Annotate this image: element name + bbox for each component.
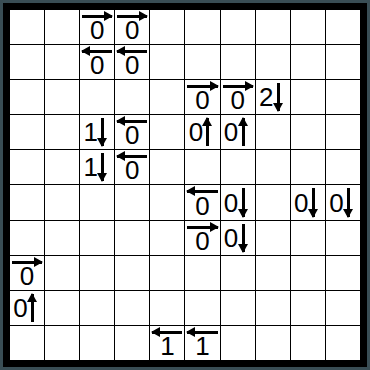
cell-r2c1[interactable] <box>45 80 79 114</box>
arrow-down-icon <box>312 188 315 216</box>
cell-r8c1[interactable] <box>45 291 79 325</box>
arrow-down-icon <box>242 188 245 216</box>
cell-r5c5: 0 <box>185 185 219 219</box>
cell-r3c4[interactable] <box>150 115 184 149</box>
cell-r5c6: 0 <box>221 185 255 219</box>
cell-r7c0: 0 <box>10 256 44 290</box>
cell-r4c4[interactable] <box>150 150 184 184</box>
cell-r5c0[interactable] <box>10 185 44 219</box>
cell-r9c3[interactable] <box>115 326 149 360</box>
cell-r7c9[interactable] <box>326 256 360 290</box>
cell-r0c4[interactable] <box>150 10 184 44</box>
arrow-down-icon <box>101 118 104 146</box>
cell-r0c0[interactable] <box>10 10 44 44</box>
cell-r2c8[interactable] <box>291 80 325 114</box>
cell-r0c1[interactable] <box>45 10 79 44</box>
cell-r4c1[interactable] <box>45 150 79 184</box>
cell-r3c7[interactable] <box>256 115 290 149</box>
cell-r2c6: 0 <box>221 80 255 114</box>
cell-r5c2[interactable] <box>80 185 114 219</box>
cell-r8c3[interactable] <box>115 291 149 325</box>
cell-r1c2: 0 <box>80 45 114 79</box>
clue-number: 1 <box>80 116 101 148</box>
arrow-down-icon <box>101 153 104 181</box>
cell-r6c4[interactable] <box>150 221 184 255</box>
cell-r8c4[interactable] <box>150 291 184 325</box>
cell-r8c5[interactable] <box>185 291 219 325</box>
cell-r1c7[interactable] <box>256 45 290 79</box>
clue-number: 0 <box>115 157 149 183</box>
cell-r3c6: 0 <box>221 115 255 149</box>
cell-r6c8[interactable] <box>291 221 325 255</box>
cell-r6c2[interactable] <box>80 221 114 255</box>
cell-r1c4[interactable] <box>150 45 184 79</box>
cell-r5c3[interactable] <box>115 185 149 219</box>
cell-r0c3: 0 <box>115 10 149 44</box>
cell-r7c7[interactable] <box>256 256 290 290</box>
clue-number: 0 <box>115 52 149 78</box>
cell-r2c4[interactable] <box>150 80 184 114</box>
arrow-down-icon <box>347 188 350 216</box>
clue-number: 0 <box>80 17 114 43</box>
cell-r9c2[interactable] <box>80 326 114 360</box>
clue-number: 0 <box>221 186 242 218</box>
clue-number: 0 <box>185 116 206 148</box>
arrow-down-icon <box>277 83 280 111</box>
cell-r7c8[interactable] <box>291 256 325 290</box>
clue-number: 2 <box>256 81 277 113</box>
cell-r7c6[interactable] <box>221 256 255 290</box>
clue-number: 1 <box>80 151 101 183</box>
cell-r3c3: 0 <box>115 115 149 149</box>
cell-r5c4[interactable] <box>150 185 184 219</box>
cell-r2c2[interactable] <box>80 80 114 114</box>
cell-r1c5[interactable] <box>185 45 219 79</box>
puzzle-grid: 00000021000100000000011 <box>10 10 360 360</box>
cell-r8c9[interactable] <box>326 291 360 325</box>
cell-r6c6: 0 <box>221 221 255 255</box>
cell-r5c8: 0 <box>291 185 325 219</box>
cell-r4c0[interactable] <box>10 150 44 184</box>
cell-r3c1[interactable] <box>45 115 79 149</box>
cell-r8c8[interactable] <box>291 291 325 325</box>
puzzle-page: 00000021000100000000011 <box>0 0 370 370</box>
cell-r6c7[interactable] <box>256 221 290 255</box>
cell-r4c3: 0 <box>115 150 149 184</box>
cell-r9c8[interactable] <box>291 326 325 360</box>
cell-r0c5[interactable] <box>185 10 219 44</box>
cell-r0c9[interactable] <box>326 10 360 44</box>
cell-r7c4[interactable] <box>150 256 184 290</box>
clue-number: 0 <box>10 263 44 289</box>
clue-number: 1 <box>185 333 219 359</box>
cell-r9c0[interactable] <box>10 326 44 360</box>
cell-r5c9: 0 <box>326 185 360 219</box>
cell-r8c0: 0 <box>10 291 44 325</box>
cell-r1c0[interactable] <box>10 45 44 79</box>
arrow-up-icon <box>206 118 209 146</box>
cell-r2c5: 0 <box>185 80 219 114</box>
cell-r6c5: 0 <box>185 221 219 255</box>
cell-r6c9[interactable] <box>326 221 360 255</box>
cell-r6c0[interactable] <box>10 221 44 255</box>
yajilin-board: 00000021000100000000011 <box>3 3 367 367</box>
clue-number: 0 <box>10 292 31 324</box>
arrow-down-icon <box>242 224 245 252</box>
cell-r4c6[interactable] <box>221 150 255 184</box>
cell-r0c8[interactable] <box>291 10 325 44</box>
clue-number: 0 <box>80 52 114 78</box>
cell-r1c9[interactable] <box>326 45 360 79</box>
cell-r6c3[interactable] <box>115 221 149 255</box>
cell-r6c1[interactable] <box>45 221 79 255</box>
cell-r1c6[interactable] <box>221 45 255 79</box>
cell-r1c3: 0 <box>115 45 149 79</box>
cell-r2c3[interactable] <box>115 80 149 114</box>
clue-number: 0 <box>221 116 242 148</box>
cell-r7c2[interactable] <box>80 256 114 290</box>
cell-r9c1[interactable] <box>45 326 79 360</box>
cell-r8c2[interactable] <box>80 291 114 325</box>
clue-number: 0 <box>115 122 149 148</box>
clue-number: 0 <box>185 228 219 254</box>
cell-r1c8[interactable] <box>291 45 325 79</box>
cell-r2c0[interactable] <box>10 80 44 114</box>
clue-number: 0 <box>221 222 242 254</box>
clue-number: 0 <box>326 186 347 218</box>
cell-r7c5[interactable] <box>185 256 219 290</box>
cell-r9c6[interactable] <box>221 326 255 360</box>
clue-number: 0 <box>291 186 312 218</box>
cell-r3c9[interactable] <box>326 115 360 149</box>
cell-r2c7: 2 <box>256 80 290 114</box>
cell-r7c1[interactable] <box>45 256 79 290</box>
arrow-up-icon <box>31 294 34 322</box>
cell-r8c6[interactable] <box>221 291 255 325</box>
clue-number: 0 <box>115 17 149 43</box>
cell-r0c6[interactable] <box>221 10 255 44</box>
cell-r4c2: 1 <box>80 150 114 184</box>
cell-r9c7[interactable] <box>256 326 290 360</box>
cell-r9c5: 1 <box>185 326 219 360</box>
cell-r4c9[interactable] <box>326 150 360 184</box>
clue-number: 0 <box>185 87 219 113</box>
clue-number: 0 <box>185 192 219 218</box>
cell-r3c2: 1 <box>80 115 114 149</box>
cell-r4c5[interactable] <box>185 150 219 184</box>
cell-r3c8[interactable] <box>291 115 325 149</box>
cell-r7c3[interactable] <box>115 256 149 290</box>
cell-r8c7[interactable] <box>256 291 290 325</box>
cell-r5c7[interactable] <box>256 185 290 219</box>
cell-r4c7[interactable] <box>256 150 290 184</box>
cell-r3c0[interactable] <box>10 115 44 149</box>
cell-r9c9[interactable] <box>326 326 360 360</box>
cell-r0c7[interactable] <box>256 10 290 44</box>
cell-r0c2: 0 <box>80 10 114 44</box>
cell-r4c8[interactable] <box>291 150 325 184</box>
clue-number: 0 <box>221 87 255 113</box>
arrow-up-icon <box>242 118 245 146</box>
clue-number: 1 <box>150 333 184 359</box>
cell-r5c1[interactable] <box>45 185 79 219</box>
cell-r9c4: 1 <box>150 326 184 360</box>
cell-r1c1[interactable] <box>45 45 79 79</box>
cell-r2c9[interactable] <box>326 80 360 114</box>
cell-r3c5: 0 <box>185 115 219 149</box>
